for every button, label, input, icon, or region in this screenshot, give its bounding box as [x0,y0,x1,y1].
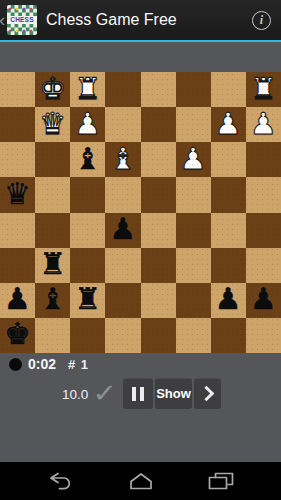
black-pawn: ♟ [109,214,136,244]
square-b4[interactable] [35,213,70,248]
controls-row: 10.0 ✓ Show [0,378,281,412]
square-d8[interactable] [105,72,140,107]
logo-pieces-row-icon [7,6,37,12]
clock-time: 0:02 [28,356,56,372]
black-rook: ♜ [39,249,66,279]
move-number-label: # 1 [68,357,89,372]
square-g7[interactable]: ♟ [211,107,246,142]
square-d4[interactable]: ♟ [105,213,140,248]
square-h2[interactable]: ♟ [246,283,281,318]
square-a7[interactable] [0,107,35,142]
square-h5[interactable] [246,177,281,212]
square-c8[interactable]: ♜ [70,72,105,107]
checkmark-icon: ✓ [92,378,117,409]
square-e6[interactable] [141,142,176,177]
square-g1[interactable] [211,318,246,353]
next-move-button[interactable] [194,378,221,409]
square-g3[interactable] [211,248,246,283]
logo-pieces-row-icon [7,28,37,34]
nav-home-icon[interactable] [121,466,161,496]
square-h6[interactable] [246,142,281,177]
square-b2[interactable]: ♝ [35,283,70,318]
white-pawn: ♟ [215,109,242,139]
white-pawn: ♟ [250,109,277,139]
black-pawn: ♟ [4,284,31,314]
square-a3[interactable] [0,248,35,283]
square-d2[interactable] [105,283,140,318]
square-d3[interactable] [105,248,140,283]
square-h8[interactable]: ♜ [246,72,281,107]
square-b3[interactable]: ♜ [35,248,70,283]
logo-label: CHESS [7,16,37,24]
android-nav-bar [0,462,281,500]
square-f3[interactable] [176,248,211,283]
square-e3[interactable] [141,248,176,283]
square-b5[interactable] [35,177,70,212]
square-h4[interactable] [246,213,281,248]
square-d6[interactable]: ♝ [105,142,140,177]
white-pawn: ♟ [74,109,101,139]
square-a4[interactable] [0,213,35,248]
square-a6[interactable] [0,142,35,177]
square-f7[interactable] [176,107,211,142]
square-c2[interactable]: ♜ [70,283,105,318]
square-c4[interactable] [70,213,105,248]
square-d7[interactable] [105,107,140,142]
square-g6[interactable] [211,142,246,177]
square-e8[interactable] [141,72,176,107]
square-d1[interactable] [105,318,140,353]
app-title: Chess Game Free [46,11,177,29]
square-a5[interactable]: ♛ [0,177,35,212]
black-rook: ♜ [74,284,101,314]
black-bishop: ♝ [74,144,101,174]
square-g2[interactable]: ♟ [211,283,246,318]
app-logo-icon[interactable]: CHESS [7,5,37,35]
nav-recents-icon[interactable] [201,466,241,496]
square-e7[interactable] [141,107,176,142]
chess-board: ♚♜♜♛♟♟♟♝♝♟♛♟♜♟♝♜♟♟♚ [0,72,281,353]
square-c3[interactable] [70,248,105,283]
black-bishop: ♝ [39,284,66,314]
square-e5[interactable] [141,177,176,212]
square-h3[interactable] [246,248,281,283]
black-king: ♚ [4,319,31,349]
white-king: ♚ [39,74,66,104]
square-g8[interactable] [211,72,246,107]
seconds-per-move-value: 10.0 [62,387,88,402]
square-d5[interactable] [105,177,140,212]
square-e2[interactable] [141,283,176,318]
square-a8[interactable] [0,72,35,107]
square-c5[interactable] [70,177,105,212]
chevron-right-icon [198,386,214,402]
square-f1[interactable] [176,318,211,353]
square-g5[interactable] [211,177,246,212]
square-h7[interactable]: ♟ [246,107,281,142]
square-c6[interactable]: ♝ [70,142,105,177]
square-b1[interactable] [35,318,70,353]
square-c7[interactable]: ♟ [70,107,105,142]
square-b8[interactable]: ♚ [35,72,70,107]
white-rook: ♜ [74,74,101,104]
square-b7[interactable]: ♛ [35,107,70,142]
square-c1[interactable] [70,318,105,353]
square-f8[interactable] [176,72,211,107]
square-f4[interactable] [176,213,211,248]
chess-app-screen: ‹ CHESS Chess Game Free i ♚♜♜♛♟♟♟♝♝♟♛♟♜♟… [0,0,281,500]
accent-underline [0,40,281,42]
square-f2[interactable] [176,283,211,318]
app-bar: ‹ CHESS Chess Game Free i [0,0,281,40]
status-row: 0:02 # 1 [0,354,281,378]
black-pawn: ♟ [215,284,242,314]
white-rook: ♜ [250,74,277,104]
square-e1[interactable] [141,318,176,353]
white-bishop: ♝ [109,144,136,174]
black-to-move-dot-icon [9,358,22,371]
pause-button[interactable] [123,378,153,409]
black-pawn: ♟ [250,284,277,314]
square-h1[interactable] [246,318,281,353]
square-g4[interactable] [211,213,246,248]
square-e4[interactable] [141,213,176,248]
square-a1[interactable]: ♚ [0,318,35,353]
white-pawn: ♟ [180,144,207,174]
show-button[interactable]: Show [155,378,192,409]
back-chevron-icon[interactable]: ‹ [0,0,6,40]
white-queen: ♛ [39,109,66,139]
square-b6[interactable] [35,142,70,177]
info-icon[interactable]: i [252,11,271,30]
square-a2[interactable]: ♟ [0,283,35,318]
nav-back-icon[interactable] [40,466,80,496]
square-f6[interactable]: ♟ [176,142,211,177]
pause-icon [132,387,144,401]
black-queen: ♛ [4,179,31,209]
square-f5[interactable] [176,177,211,212]
